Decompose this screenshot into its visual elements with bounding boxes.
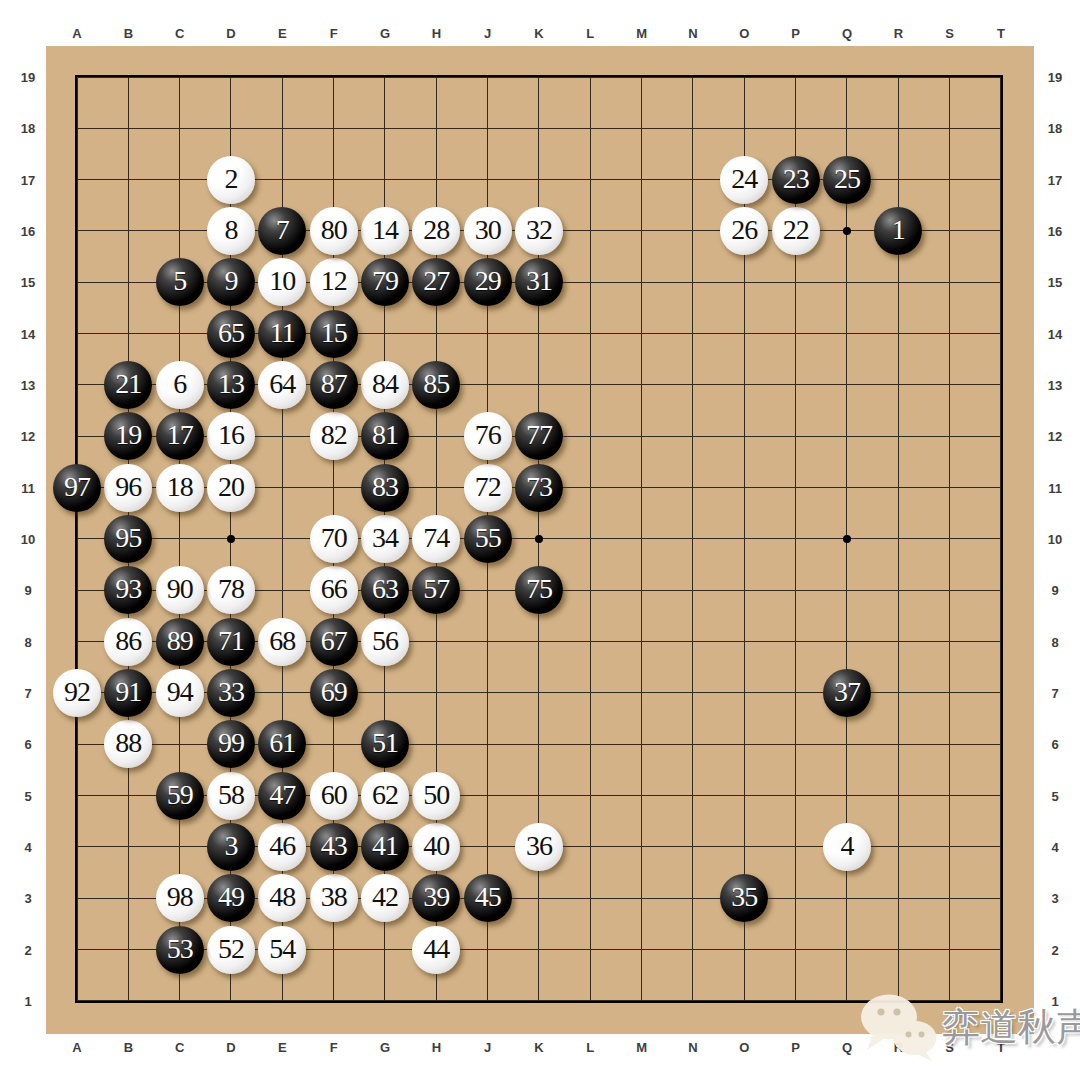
row-label-right: 17 [1048, 172, 1062, 187]
move-number: 44 [423, 935, 449, 963]
stone-white-12: 12 [310, 258, 358, 306]
move-number: 30 [475, 216, 501, 244]
move-number: 46 [269, 832, 295, 860]
stone-black-65: 65 [207, 310, 255, 358]
stone-black-61: 61 [258, 720, 306, 768]
move-number: 5 [173, 267, 186, 295]
move-number: 86 [115, 627, 141, 655]
move-number: 63 [372, 575, 398, 603]
move-number: 50 [423, 781, 449, 809]
stone-black-7: 7 [258, 207, 306, 255]
column-label-bottom: N [688, 1040, 697, 1055]
move-number: 39 [423, 883, 449, 911]
move-number: 61 [269, 729, 295, 757]
stone-black-33: 33 [207, 669, 255, 717]
row-label-right: 16 [1048, 223, 1062, 238]
stone-white-64: 64 [258, 361, 306, 409]
move-number: 68 [269, 627, 295, 655]
stone-white-24: 24 [720, 156, 768, 204]
column-label-bottom: R [894, 1040, 903, 1055]
stone-black-73: 73 [515, 464, 563, 512]
stone-black-41: 41 [361, 823, 409, 871]
stone-black-71: 71 [207, 618, 255, 666]
move-number: 8 [224, 216, 237, 244]
move-number: 99 [218, 729, 244, 757]
column-label-bottom: J [484, 1040, 491, 1055]
move-number: 89 [167, 627, 193, 655]
stone-black-75: 75 [515, 566, 563, 614]
move-number: 88 [115, 729, 141, 757]
move-number: 49 [218, 883, 244, 911]
move-number: 25 [834, 165, 860, 193]
stone-white-54: 54 [258, 926, 306, 974]
row-label-right: 5 [1051, 788, 1058, 803]
stone-black-89: 89 [156, 618, 204, 666]
stone-white-28: 28 [412, 207, 460, 255]
move-number: 35 [731, 883, 757, 911]
move-number: 69 [321, 678, 347, 706]
stone-white-38: 38 [310, 874, 358, 922]
stone-white-74: 74 [412, 515, 460, 563]
move-number: 55 [475, 524, 501, 552]
move-number: 59 [167, 781, 193, 809]
row-label-left: 15 [21, 275, 35, 290]
stone-black-51: 51 [361, 720, 409, 768]
stone-black-21: 21 [104, 361, 152, 409]
star-point [227, 535, 235, 543]
move-number: 32 [526, 216, 552, 244]
move-number: 48 [269, 883, 295, 911]
move-number: 96 [115, 473, 141, 501]
move-number: 33 [218, 678, 244, 706]
stone-black-43: 43 [310, 823, 358, 871]
move-number: 97 [64, 473, 90, 501]
column-label-bottom: L [586, 1040, 594, 1055]
stone-black-45: 45 [464, 874, 512, 922]
go-diagram: AABBCCDDEEFFGGHHJJKKLLMMNNOOPPQQRRSSTT19… [0, 0, 1080, 1080]
row-label-right: 1 [1051, 993, 1058, 1008]
stone-black-31: 31 [515, 258, 563, 306]
stone-white-10: 10 [258, 258, 306, 306]
stone-black-17: 17 [156, 412, 204, 460]
stone-black-63: 63 [361, 566, 409, 614]
stone-white-46: 46 [258, 823, 306, 871]
move-number: 4 [840, 832, 853, 860]
stone-white-42: 42 [361, 874, 409, 922]
stone-white-62: 62 [361, 772, 409, 820]
move-number: 9 [224, 267, 237, 295]
stone-white-14: 14 [361, 207, 409, 255]
stone-white-56: 56 [361, 618, 409, 666]
stone-white-98: 98 [156, 874, 204, 922]
stone-white-50: 50 [412, 772, 460, 820]
column-label-bottom: K [534, 1040, 543, 1055]
row-label-right: 18 [1048, 121, 1062, 136]
column-label-bottom: P [791, 1040, 800, 1055]
row-label-left: 2 [24, 942, 31, 957]
row-label-left: 18 [21, 121, 35, 136]
move-number: 36 [526, 832, 552, 860]
stone-black-1: 1 [874, 207, 922, 255]
row-label-left: 10 [21, 531, 35, 546]
stone-white-84: 84 [361, 361, 409, 409]
stone-white-30: 30 [464, 207, 512, 255]
column-label-top: R [894, 26, 903, 41]
move-number: 3 [224, 832, 237, 860]
row-label-right: 14 [1048, 326, 1062, 341]
move-number: 19 [115, 421, 141, 449]
stone-white-34: 34 [361, 515, 409, 563]
move-number: 53 [167, 935, 193, 963]
stone-white-22: 22 [772, 207, 820, 255]
stone-black-87: 87 [310, 361, 358, 409]
star-point [843, 535, 851, 543]
column-label-top: H [432, 26, 441, 41]
move-number: 37 [834, 678, 860, 706]
stone-white-80: 80 [310, 207, 358, 255]
column-label-top: J [484, 26, 491, 41]
move-number: 98 [167, 883, 193, 911]
stone-white-70: 70 [310, 515, 358, 563]
move-number: 21 [115, 370, 141, 398]
star-point [843, 227, 851, 235]
move-number: 79 [372, 267, 398, 295]
stone-white-82: 82 [310, 412, 358, 460]
column-label-top: S [945, 26, 954, 41]
stone-white-90: 90 [156, 566, 204, 614]
move-number: 47 [269, 781, 295, 809]
move-number: 26 [731, 216, 757, 244]
move-number: 29 [475, 267, 501, 295]
move-number: 65 [218, 319, 244, 347]
move-number: 62 [372, 781, 398, 809]
move-number: 38 [321, 883, 347, 911]
column-label-bottom: D [226, 1040, 235, 1055]
column-label-top: L [586, 26, 594, 41]
move-number: 13 [218, 370, 244, 398]
row-label-left: 7 [24, 685, 31, 700]
stone-white-86: 86 [104, 618, 152, 666]
stone-white-16: 16 [207, 412, 255, 460]
move-number: 20 [218, 473, 244, 501]
move-number: 70 [321, 524, 347, 552]
stone-white-26: 26 [720, 207, 768, 255]
stone-white-32: 32 [515, 207, 563, 255]
move-number: 18 [167, 473, 193, 501]
move-number: 57 [423, 575, 449, 603]
move-number: 12 [321, 267, 347, 295]
stone-black-91: 91 [104, 669, 152, 717]
move-number: 17 [167, 421, 193, 449]
move-number: 77 [526, 421, 552, 449]
move-number: 41 [372, 832, 398, 860]
column-label-top: T [997, 26, 1005, 41]
row-label-left: 1 [24, 993, 31, 1008]
stone-white-48: 48 [258, 874, 306, 922]
stone-white-44: 44 [412, 926, 460, 974]
column-label-bottom: B [124, 1040, 133, 1055]
row-label-left: 17 [21, 172, 35, 187]
row-label-right: 10 [1048, 531, 1062, 546]
stone-black-49: 49 [207, 874, 255, 922]
stone-black-85: 85 [412, 361, 460, 409]
column-label-top: D [226, 26, 235, 41]
column-label-bottom: S [945, 1040, 954, 1055]
stone-black-11: 11 [258, 310, 306, 358]
row-label-left: 19 [21, 70, 35, 85]
row-label-left: 13 [21, 377, 35, 392]
row-label-left: 14 [21, 326, 35, 341]
move-number: 28 [423, 216, 449, 244]
row-label-right: 13 [1048, 377, 1062, 392]
move-number: 71 [218, 627, 244, 655]
stone-white-6: 6 [156, 361, 204, 409]
stone-white-68: 68 [258, 618, 306, 666]
move-number: 74 [423, 524, 449, 552]
column-label-top: K [534, 26, 543, 41]
star-point [535, 535, 543, 543]
row-label-right: 12 [1048, 429, 1062, 444]
row-label-right: 6 [1051, 737, 1058, 752]
move-number: 84 [372, 370, 398, 398]
stone-black-67: 67 [310, 618, 358, 666]
move-number: 64 [269, 370, 295, 398]
stone-white-72: 72 [464, 464, 512, 512]
stone-black-55: 55 [464, 515, 512, 563]
move-number: 10 [269, 267, 295, 295]
stone-black-13: 13 [207, 361, 255, 409]
move-number: 2 [224, 165, 237, 193]
stone-white-66: 66 [310, 566, 358, 614]
stone-white-4: 4 [823, 823, 871, 871]
row-label-left: 5 [24, 788, 31, 803]
column-label-top: O [739, 26, 749, 41]
stone-white-96: 96 [104, 464, 152, 512]
move-number: 67 [321, 627, 347, 655]
column-label-bottom: T [997, 1040, 1005, 1055]
move-number: 31 [526, 267, 552, 295]
move-number: 34 [372, 524, 398, 552]
column-label-bottom: H [432, 1040, 441, 1055]
move-number: 40 [423, 832, 449, 860]
stone-black-99: 99 [207, 720, 255, 768]
stone-black-27: 27 [412, 258, 460, 306]
stone-white-92: 92 [53, 669, 101, 717]
column-label-bottom: M [636, 1040, 647, 1055]
move-number: 76 [475, 421, 501, 449]
row-label-right: 4 [1051, 839, 1058, 854]
move-number: 78 [218, 575, 244, 603]
move-number: 80 [321, 216, 347, 244]
column-label-top: A [72, 26, 81, 41]
stone-black-59: 59 [156, 772, 204, 820]
move-number: 52 [218, 935, 244, 963]
stone-black-83: 83 [361, 464, 409, 512]
move-number: 1 [892, 216, 905, 244]
move-number: 95 [115, 524, 141, 552]
row-label-left: 9 [24, 583, 31, 598]
row-label-left: 11 [21, 480, 35, 495]
stone-black-37: 37 [823, 669, 871, 717]
stone-black-3: 3 [207, 823, 255, 871]
move-number: 56 [372, 627, 398, 655]
stone-black-57: 57 [412, 566, 460, 614]
stone-white-88: 88 [104, 720, 152, 768]
move-number: 15 [321, 319, 347, 347]
column-label-bottom: F [330, 1040, 338, 1055]
row-label-right: 19 [1048, 70, 1062, 85]
move-number: 92 [64, 678, 90, 706]
stone-white-94: 94 [156, 669, 204, 717]
move-number: 45 [475, 883, 501, 911]
move-number: 24 [731, 165, 757, 193]
move-number: 6 [173, 370, 186, 398]
stone-white-20: 20 [207, 464, 255, 512]
stone-white-58: 58 [207, 772, 255, 820]
move-number: 27 [423, 267, 449, 295]
stone-black-93: 93 [104, 566, 152, 614]
row-label-right: 3 [1051, 891, 1058, 906]
column-label-top: N [688, 26, 697, 41]
move-number: 22 [783, 216, 809, 244]
move-number: 58 [218, 781, 244, 809]
move-number: 82 [321, 421, 347, 449]
column-label-bottom: Q [842, 1040, 852, 1055]
stone-black-5: 5 [156, 258, 204, 306]
row-label-right: 9 [1051, 583, 1058, 598]
move-number: 51 [372, 729, 398, 757]
stone-black-95: 95 [104, 515, 152, 563]
column-label-top: F [330, 26, 338, 41]
column-label-top: C [175, 26, 184, 41]
column-label-bottom: G [380, 1040, 390, 1055]
row-label-left: 4 [24, 839, 31, 854]
move-number: 94 [167, 678, 193, 706]
stone-white-78: 78 [207, 566, 255, 614]
stone-black-15: 15 [310, 310, 358, 358]
move-number: 16 [218, 421, 244, 449]
stone-black-79: 79 [361, 258, 409, 306]
move-number: 7 [276, 216, 289, 244]
move-number: 93 [115, 575, 141, 603]
row-label-left: 16 [21, 223, 35, 238]
stone-black-35: 35 [720, 874, 768, 922]
row-label-left: 6 [24, 737, 31, 752]
row-label-right: 11 [1048, 480, 1062, 495]
row-label-right: 2 [1051, 942, 1058, 957]
move-number: 11 [270, 319, 295, 347]
column-label-top: M [636, 26, 647, 41]
column-label-top: E [278, 26, 287, 41]
stone-black-81: 81 [361, 412, 409, 460]
row-label-left: 8 [24, 634, 31, 649]
move-number: 91 [115, 678, 141, 706]
stone-white-60: 60 [310, 772, 358, 820]
stone-white-8: 8 [207, 207, 255, 255]
move-number: 66 [321, 575, 347, 603]
stone-black-69: 69 [310, 669, 358, 717]
move-number: 90 [167, 575, 193, 603]
move-number: 73 [526, 473, 552, 501]
column-label-bottom: O [739, 1040, 749, 1055]
move-number: 23 [783, 165, 809, 193]
move-number: 54 [269, 935, 295, 963]
column-label-top: Q [842, 26, 852, 41]
stone-black-39: 39 [412, 874, 460, 922]
move-number: 87 [321, 370, 347, 398]
stone-black-9: 9 [207, 258, 255, 306]
stone-black-77: 77 [515, 412, 563, 460]
stone-white-40: 40 [412, 823, 460, 871]
column-label-bottom: A [72, 1040, 81, 1055]
stone-white-2: 2 [207, 156, 255, 204]
stone-black-53: 53 [156, 926, 204, 974]
move-number: 42 [372, 883, 398, 911]
stone-black-29: 29 [464, 258, 512, 306]
row-label-right: 7 [1051, 685, 1058, 700]
stone-black-23: 23 [772, 156, 820, 204]
column-label-top: P [791, 26, 800, 41]
row-label-right: 15 [1048, 275, 1062, 290]
row-label-left: 3 [24, 891, 31, 906]
stone-black-47: 47 [258, 772, 306, 820]
column-label-top: G [380, 26, 390, 41]
stone-white-36: 36 [515, 823, 563, 871]
stone-white-76: 76 [464, 412, 512, 460]
stone-white-18: 18 [156, 464, 204, 512]
move-number: 81 [372, 421, 398, 449]
stone-white-52: 52 [207, 926, 255, 974]
move-number: 14 [372, 216, 398, 244]
stone-black-25: 25 [823, 156, 871, 204]
move-number: 60 [321, 781, 347, 809]
column-label-bottom: E [278, 1040, 287, 1055]
stone-black-97: 97 [53, 464, 101, 512]
move-number: 85 [423, 370, 449, 398]
move-number: 72 [475, 473, 501, 501]
move-number: 43 [321, 832, 347, 860]
move-number: 75 [526, 575, 552, 603]
row-label-left: 12 [21, 429, 35, 444]
column-label-bottom: C [175, 1040, 184, 1055]
move-number: 83 [372, 473, 398, 501]
row-label-right: 8 [1051, 634, 1058, 649]
stone-black-19: 19 [104, 412, 152, 460]
column-label-top: B [124, 26, 133, 41]
